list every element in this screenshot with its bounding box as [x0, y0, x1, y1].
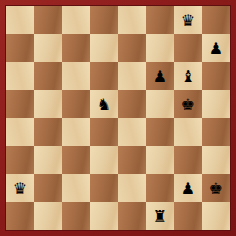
- square-e7[interactable]: [118, 34, 146, 62]
- square-a8[interactable]: [6, 6, 34, 34]
- square-b1[interactable]: [34, 202, 62, 230]
- square-b5[interactable]: [34, 90, 62, 118]
- piece-white-queen[interactable]: ♛: [181, 11, 195, 30]
- square-d3[interactable]: [90, 146, 118, 174]
- square-c5[interactable]: [62, 90, 90, 118]
- square-h4[interactable]: [202, 118, 230, 146]
- square-c3[interactable]: [62, 146, 90, 174]
- square-g4[interactable]: [174, 118, 202, 146]
- piece-white-rook[interactable]: ♜: [153, 207, 167, 226]
- square-a7[interactable]: [6, 34, 34, 62]
- square-e2[interactable]: [118, 174, 146, 202]
- piece-white-knight[interactable]: ♞: [97, 95, 111, 114]
- square-f8[interactable]: [146, 6, 174, 34]
- square-g6[interactable]: ♝: [174, 62, 202, 90]
- square-b8[interactable]: [34, 6, 62, 34]
- piece-black-pawn[interactable]: ♟: [209, 39, 223, 58]
- square-d2[interactable]: [90, 174, 118, 202]
- square-h2[interactable]: ♚: [202, 174, 230, 202]
- square-g8[interactable]: ♛: [174, 6, 202, 34]
- square-a4[interactable]: [6, 118, 34, 146]
- square-e5[interactable]: [118, 90, 146, 118]
- square-f5[interactable]: [146, 90, 174, 118]
- square-b2[interactable]: [34, 174, 62, 202]
- square-c2[interactable]: [62, 174, 90, 202]
- square-e6[interactable]: [118, 62, 146, 90]
- square-h5[interactable]: [202, 90, 230, 118]
- piece-white-pawn[interactable]: ♟: [181, 179, 195, 198]
- square-d7[interactable]: [90, 34, 118, 62]
- square-f6[interactable]: ♟: [146, 62, 174, 90]
- piece-black-king[interactable]: ♚: [181, 95, 195, 114]
- square-d5[interactable]: ♞: [90, 90, 118, 118]
- square-f2[interactable]: [146, 174, 174, 202]
- square-h1[interactable]: [202, 202, 230, 230]
- square-f1[interactable]: ♜: [146, 202, 174, 230]
- piece-white-king[interactable]: ♚: [209, 179, 223, 198]
- square-g7[interactable]: [174, 34, 202, 62]
- piece-black-bishop[interactable]: ♝: [181, 67, 195, 86]
- square-e3[interactable]: [118, 146, 146, 174]
- square-g1[interactable]: [174, 202, 202, 230]
- board-frame: ♛♟♟♝♞♚♛♟♚♜: [0, 0, 236, 236]
- square-d4[interactable]: [90, 118, 118, 146]
- square-c4[interactable]: [62, 118, 90, 146]
- square-f4[interactable]: [146, 118, 174, 146]
- square-g2[interactable]: ♟: [174, 174, 202, 202]
- square-b7[interactable]: [34, 34, 62, 62]
- square-a2[interactable]: ♛: [6, 174, 34, 202]
- square-f7[interactable]: [146, 34, 174, 62]
- square-g5[interactable]: ♚: [174, 90, 202, 118]
- square-f3[interactable]: [146, 146, 174, 174]
- square-e1[interactable]: [118, 202, 146, 230]
- square-h3[interactable]: [202, 146, 230, 174]
- square-g3[interactable]: [174, 146, 202, 174]
- square-a3[interactable]: [6, 146, 34, 174]
- piece-black-pawn[interactable]: ♟: [153, 67, 167, 86]
- square-a1[interactable]: [6, 202, 34, 230]
- square-d1[interactable]: [90, 202, 118, 230]
- square-b3[interactable]: [34, 146, 62, 174]
- square-h8[interactable]: [202, 6, 230, 34]
- square-c8[interactable]: [62, 6, 90, 34]
- chess-board: ♛♟♟♝♞♚♛♟♚♜: [6, 6, 230, 230]
- square-h6[interactable]: [202, 62, 230, 90]
- square-h7[interactable]: ♟: [202, 34, 230, 62]
- square-d6[interactable]: [90, 62, 118, 90]
- square-a6[interactable]: [6, 62, 34, 90]
- square-c6[interactable]: [62, 62, 90, 90]
- square-c1[interactable]: [62, 202, 90, 230]
- square-b6[interactable]: [34, 62, 62, 90]
- square-c7[interactable]: [62, 34, 90, 62]
- square-d8[interactable]: [90, 6, 118, 34]
- square-e8[interactable]: [118, 6, 146, 34]
- square-a5[interactable]: [6, 90, 34, 118]
- piece-black-queen[interactable]: ♛: [13, 179, 27, 198]
- square-b4[interactable]: [34, 118, 62, 146]
- square-e4[interactable]: [118, 118, 146, 146]
